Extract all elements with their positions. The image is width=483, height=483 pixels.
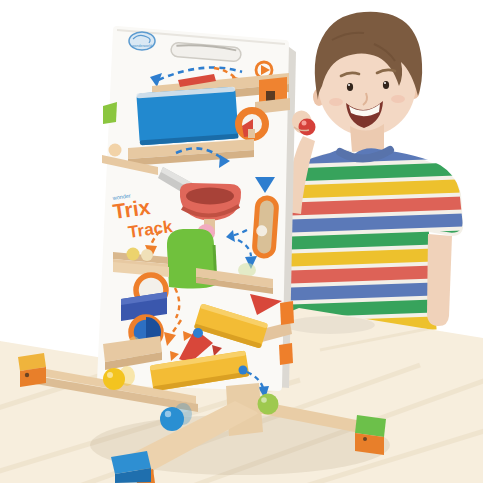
blue-pin — [193, 328, 203, 338]
board-shadow — [285, 316, 375, 334]
wonderworld-logo-icon: wonderworld — [129, 32, 155, 50]
cheek-blush — [329, 98, 343, 106]
peach-ball — [109, 144, 122, 157]
orange-cube-gate — [255, 77, 290, 114]
cream-ball — [141, 249, 153, 261]
blue-ball — [160, 407, 184, 431]
boy-eye-right — [383, 81, 389, 89]
eye-glint — [348, 84, 350, 86]
orange-oval-slot — [254, 197, 277, 256]
emblem-text: wonderworld — [132, 44, 152, 48]
boy-eye-left — [347, 83, 353, 91]
orange-edge-tab — [279, 343, 293, 365]
orange-edge-tab — [280, 301, 294, 325]
foot-block-green-orange — [355, 415, 386, 455]
ball-highlight — [261, 397, 267, 403]
red-ball — [299, 119, 316, 136]
ball-highlight — [165, 411, 171, 417]
orange-arch-flipper — [239, 111, 266, 139]
eye-glint — [384, 82, 386, 84]
cheek-blush — [391, 95, 405, 103]
foot-block-yellow-orange — [18, 353, 46, 387]
blue-tilt-panel — [136, 87, 238, 146]
product-photo: wonderworld — [0, 0, 483, 483]
pale-yellow-ball — [127, 248, 140, 261]
ball-highlight — [302, 121, 307, 126]
scene: wonderworld — [0, 0, 483, 483]
boy-right-arm — [427, 234, 452, 326]
ball-highlight — [107, 372, 113, 378]
green-ball — [258, 394, 279, 415]
yellow-ball — [103, 368, 125, 390]
blue-pin — [239, 366, 248, 375]
